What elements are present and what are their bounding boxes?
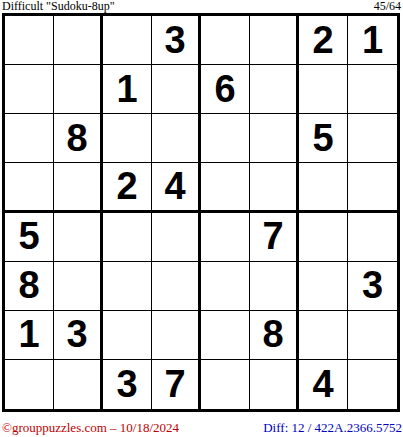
cell-r2c7[interactable] bbox=[299, 65, 348, 114]
sudoku-board: 3211685245783138374 bbox=[2, 13, 400, 412]
cell-r3c8[interactable] bbox=[348, 114, 397, 163]
cell-r2c1[interactable] bbox=[5, 65, 54, 114]
given-digit: 1 bbox=[116, 68, 137, 111]
cell-r1c5[interactable] bbox=[201, 16, 250, 65]
cell-r2c3[interactable]: 1 bbox=[103, 65, 152, 114]
cell-r1c6[interactable] bbox=[250, 16, 299, 65]
cell-r1c8[interactable]: 1 bbox=[348, 16, 397, 65]
cell-r4c3[interactable]: 2 bbox=[103, 163, 152, 212]
given-digit: 3 bbox=[116, 363, 137, 406]
cell-r1c3[interactable] bbox=[103, 16, 152, 65]
cell-r7c5[interactable] bbox=[201, 311, 250, 360]
cell-r5c2[interactable] bbox=[54, 213, 103, 262]
cell-r6c4[interactable] bbox=[152, 262, 201, 311]
cell-r5c1[interactable]: 5 bbox=[5, 213, 54, 262]
cell-r2c4[interactable] bbox=[152, 65, 201, 114]
cell-r1c4[interactable]: 3 bbox=[152, 16, 201, 65]
cell-r5c8[interactable] bbox=[348, 213, 397, 262]
cell-r7c2[interactable]: 3 bbox=[54, 311, 103, 360]
given-digit: 2 bbox=[116, 165, 137, 208]
given-digit: 4 bbox=[164, 165, 185, 208]
cell-r8c2[interactable] bbox=[54, 360, 103, 409]
puzzle-counter: 45/64 bbox=[374, 0, 401, 12]
given-digit: 5 bbox=[18, 215, 39, 258]
cell-r7c8[interactable] bbox=[348, 311, 397, 360]
given-digit: 6 bbox=[214, 68, 235, 111]
cell-r3c1[interactable] bbox=[5, 114, 54, 163]
cell-r4c1[interactable] bbox=[5, 163, 54, 212]
cell-r8c3[interactable]: 3 bbox=[103, 360, 152, 409]
cell-r5c6[interactable]: 7 bbox=[250, 213, 299, 262]
difficulty-text: Diff: 12 / 422A.2366.5752 bbox=[263, 421, 402, 435]
cell-r6c6[interactable] bbox=[250, 262, 299, 311]
given-digit: 8 bbox=[18, 264, 39, 307]
cell-r5c5[interactable] bbox=[201, 213, 250, 262]
given-digit: 3 bbox=[164, 19, 185, 62]
cell-r4c5[interactable] bbox=[201, 163, 250, 212]
cell-r7c7[interactable] bbox=[299, 311, 348, 360]
cell-r4c2[interactable] bbox=[54, 163, 103, 212]
cell-r7c4[interactable] bbox=[152, 311, 201, 360]
cell-r3c5[interactable] bbox=[201, 114, 250, 163]
page-title: Difficult "Sudoku-8up" bbox=[2, 0, 115, 12]
cell-r6c7[interactable] bbox=[299, 262, 348, 311]
given-digit: 4 bbox=[312, 363, 333, 406]
given-digit: 1 bbox=[362, 19, 383, 62]
cell-r8c1[interactable] bbox=[5, 360, 54, 409]
given-digit: 1 bbox=[18, 313, 39, 356]
copyright-text: ©grouppuzzles.com – 10/18/2024 bbox=[2, 421, 179, 435]
given-digit: 7 bbox=[164, 363, 185, 406]
cell-r3c7[interactable]: 5 bbox=[299, 114, 348, 163]
cell-r2c6[interactable] bbox=[250, 65, 299, 114]
cell-r3c6[interactable] bbox=[250, 114, 299, 163]
cell-r6c1[interactable]: 8 bbox=[5, 262, 54, 311]
given-digit: 3 bbox=[66, 313, 87, 356]
cell-r4c4[interactable]: 4 bbox=[152, 163, 201, 212]
cell-r8c4[interactable]: 7 bbox=[152, 360, 201, 409]
cell-r3c3[interactable] bbox=[103, 114, 152, 163]
cell-r8c8[interactable] bbox=[348, 360, 397, 409]
cell-r5c4[interactable] bbox=[152, 213, 201, 262]
cell-r7c1[interactable]: 1 bbox=[5, 311, 54, 360]
sudoku-page: Difficult "Sudoku-8up" 45/64 32116852457… bbox=[0, 0, 403, 437]
given-digit: 8 bbox=[66, 117, 87, 160]
footer: ©grouppuzzles.com – 10/18/2024 Diff: 12 … bbox=[0, 421, 403, 435]
cell-r1c1[interactable] bbox=[5, 16, 54, 65]
cell-r5c7[interactable] bbox=[299, 213, 348, 262]
cell-r4c8[interactable] bbox=[348, 163, 397, 212]
cell-r6c8[interactable]: 3 bbox=[348, 262, 397, 311]
cell-r6c5[interactable] bbox=[201, 262, 250, 311]
cell-r6c3[interactable] bbox=[103, 262, 152, 311]
cell-r4c6[interactable] bbox=[250, 163, 299, 212]
cell-r1c2[interactable] bbox=[54, 16, 103, 65]
cell-r8c5[interactable] bbox=[201, 360, 250, 409]
cell-r2c8[interactable] bbox=[348, 65, 397, 114]
given-digit: 7 bbox=[262, 215, 283, 258]
cell-r8c6[interactable] bbox=[250, 360, 299, 409]
cell-r2c5[interactable]: 6 bbox=[201, 65, 250, 114]
cell-r3c2[interactable]: 8 bbox=[54, 114, 103, 163]
given-digit: 5 bbox=[312, 117, 333, 160]
cell-r1c7[interactable]: 2 bbox=[299, 16, 348, 65]
given-digit: 8 bbox=[262, 313, 283, 356]
given-digit: 3 bbox=[362, 264, 383, 307]
cell-r6c2[interactable] bbox=[54, 262, 103, 311]
cell-r3c4[interactable] bbox=[152, 114, 201, 163]
cell-r7c6[interactable]: 8 bbox=[250, 311, 299, 360]
cell-r4c7[interactable] bbox=[299, 163, 348, 212]
cell-r7c3[interactable] bbox=[103, 311, 152, 360]
cell-r2c2[interactable] bbox=[54, 65, 103, 114]
given-digit: 2 bbox=[312, 19, 333, 62]
header: Difficult "Sudoku-8up" 45/64 bbox=[0, 0, 403, 12]
cell-r5c3[interactable] bbox=[103, 213, 152, 262]
cell-r8c7[interactable]: 4 bbox=[299, 360, 348, 409]
